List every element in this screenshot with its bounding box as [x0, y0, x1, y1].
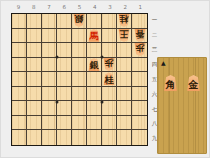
file-label-6: 6 [57, 3, 72, 11]
board-cell-4-9[interactable] [87, 130, 102, 145]
board-cell-1-1[interactable] [132, 14, 147, 29]
board-cell-7-9[interactable] [42, 130, 57, 145]
board-cell-1-6[interactable] [132, 87, 147, 102]
board-cell-5-9[interactable] [72, 130, 87, 145]
board-cell-2-8[interactable] [117, 116, 132, 131]
gote-pawn-piece[interactable]: 歩 [103, 58, 115, 71]
board-cell-6-3[interactable] [57, 43, 72, 58]
board-cell-1-4[interactable] [132, 58, 147, 73]
file-label-8: 8 [26, 3, 41, 11]
board-cell-4-6[interactable] [87, 87, 102, 102]
file-label-4: 4 [87, 3, 102, 11]
sente-silver-piece[interactable]: 銀 [88, 58, 100, 71]
board-cell-3-9[interactable] [102, 130, 117, 145]
board-cell-2-1[interactable]: 桂 [117, 14, 132, 29]
board-cell-6-4[interactable] [57, 58, 72, 73]
board-cell-5-2[interactable] [72, 29, 87, 44]
board-cell-8-3[interactable] [27, 43, 42, 58]
board-cell-8-5[interactable] [27, 72, 42, 87]
board-cell-6-8[interactable] [57, 116, 72, 131]
board-cell-2-4[interactable] [117, 58, 132, 73]
rank-label-3: 三 [150, 43, 159, 58]
board-cell-7-6[interactable] [42, 87, 57, 102]
board-cell-4-8[interactable] [87, 116, 102, 131]
board-cell-4-7[interactable] [87, 101, 102, 116]
board-cell-2-2[interactable]: 王 [117, 29, 132, 44]
board-cell-3-5[interactable]: 桂 [102, 72, 117, 87]
board-cell-4-1[interactable] [87, 14, 102, 29]
file-label-5: 5 [72, 3, 87, 11]
board-cell-9-6[interactable] [12, 87, 27, 102]
gote-silver-piece[interactable]: 銀 [73, 14, 85, 27]
star-point [55, 56, 58, 59]
board-cell-6-5[interactable] [57, 72, 72, 87]
board-cell-5-7[interactable] [72, 101, 87, 116]
board-cell-8-4[interactable] [27, 58, 42, 73]
hand-bishop-piece[interactable]: 角 [164, 75, 178, 91]
board-cell-1-8[interactable] [132, 116, 147, 131]
board-cell-8-2[interactable] [27, 29, 42, 44]
board-cell-2-7[interactable] [117, 101, 132, 116]
board-cell-8-7[interactable] [27, 101, 42, 116]
board-cell-7-2[interactable] [42, 29, 57, 44]
board-cell-7-5[interactable] [42, 72, 57, 87]
board-cell-5-6[interactable] [72, 87, 87, 102]
board-cell-3-2[interactable] [102, 29, 117, 44]
sente-knight-piece[interactable]: 桂 [103, 72, 115, 85]
board-cell-6-1[interactable] [57, 14, 72, 29]
board-cell-5-3[interactable] [72, 43, 87, 58]
hand-pieces-row: 角金 [158, 75, 206, 91]
board-cell-3-4[interactable]: 歩 [102, 58, 117, 73]
board-cell-9-1[interactable] [12, 14, 27, 29]
board-cell-4-5[interactable] [87, 72, 102, 87]
sente-promoted-bishop-piece[interactable]: 馬 [88, 29, 100, 42]
board-cell-8-9[interactable] [27, 130, 42, 145]
file-label-9: 9 [11, 3, 26, 11]
sente-hand-panel: ▲ 角金 [157, 57, 207, 154]
board-cell-3-3[interactable] [102, 43, 117, 58]
board-cell-9-4[interactable] [12, 58, 27, 73]
file-label-2: 2 [118, 3, 133, 11]
board-cell-5-4[interactable] [72, 58, 87, 73]
file-label-3: 3 [102, 3, 117, 11]
board-cell-3-1[interactable] [102, 14, 117, 29]
board-cell-3-6[interactable] [102, 87, 117, 102]
board-cell-2-9[interactable] [117, 130, 132, 145]
star-point [55, 100, 58, 103]
board-cell-2-5[interactable] [117, 72, 132, 87]
board-cell-8-6[interactable] [27, 87, 42, 102]
board-cell-6-6[interactable] [57, 87, 72, 102]
rank-label-2: 二 [150, 28, 159, 43]
gote-knight-piece[interactable]: 桂 [118, 14, 130, 27]
board-cell-9-7[interactable] [12, 101, 27, 116]
file-label-1: 1 [133, 3, 148, 11]
board-cell-5-1[interactable]: 銀 [72, 14, 87, 29]
board-cell-7-8[interactable] [42, 116, 57, 131]
board-cell-6-9[interactable] [57, 130, 72, 145]
sente-to-move-marker: ▲ [161, 59, 166, 66]
board-cell-2-3[interactable] [117, 43, 132, 58]
board-cell-5-8[interactable] [72, 116, 87, 131]
board-cell-1-5[interactable] [132, 72, 147, 87]
rank-label-1: 一 [150, 13, 159, 28]
board-cell-1-3[interactable]: 歩 [132, 43, 147, 58]
gote-pawn-piece[interactable]: 歩 [134, 43, 146, 56]
board-cell-1-2[interactable]: 香 [132, 29, 147, 44]
file-label-7: 7 [41, 3, 56, 11]
board-cell-6-2[interactable] [57, 29, 72, 44]
board-cell-9-2[interactable] [12, 29, 27, 44]
board-cell-4-3[interactable] [87, 43, 102, 58]
shogi-diagram: 987654321 銀桂馬王香歩銀歩桂 一二三四五六七八九 ▲ 角金 [0, 0, 210, 158]
board-cell-9-3[interactable] [12, 43, 27, 58]
board-cell-3-8[interactable] [102, 116, 117, 131]
board-cell-8-8[interactable] [27, 116, 42, 131]
board-cell-7-7[interactable] [42, 101, 57, 116]
board-cell-2-6[interactable] [117, 87, 132, 102]
board-cell-6-7[interactable] [57, 101, 72, 116]
star-point [101, 100, 104, 103]
gote-king-piece[interactable]: 王 [118, 29, 130, 42]
board-cell-4-4[interactable]: 銀 [87, 58, 102, 73]
hand-gold-piece[interactable]: 金 [187, 75, 201, 91]
shogi-board: 銀桂馬王香歩銀歩桂 [11, 13, 148, 146]
board-cell-8-1[interactable] [27, 14, 42, 29]
board-cell-7-4[interactable] [42, 58, 57, 73]
board-cell-4-2[interactable]: 馬 [87, 29, 102, 44]
gote-lance-piece[interactable]: 香 [134, 29, 146, 42]
board-cell-1-7[interactable] [132, 101, 147, 116]
board-cell-7-1[interactable] [42, 14, 57, 29]
board-cell-9-5[interactable] [12, 72, 27, 87]
board-cell-5-5[interactable] [72, 72, 87, 87]
file-coordinate-labels: 987654321 [11, 3, 148, 11]
board-cell-3-7[interactable] [102, 101, 117, 116]
board-cell-1-9[interactable] [132, 130, 147, 145]
board-cell-9-9[interactable] [12, 130, 27, 145]
board-cell-9-8[interactable] [12, 116, 27, 131]
star-point [101, 56, 104, 59]
